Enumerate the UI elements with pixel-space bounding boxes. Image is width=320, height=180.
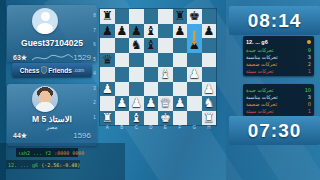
chess-board[interactable]: ♜♜♚♟♟♟♝♟♟♞♝♟♛♝♟♟♟♟♟♟♛♟♞♜♝♚♜ xyxy=(100,9,216,125)
square-b8[interactable] xyxy=(115,9,130,24)
file-label-g: G xyxy=(187,125,202,130)
piece-white-pawn[interactable]: ♟ xyxy=(202,82,217,97)
top-player-rating: 1529 xyxy=(73,53,91,62)
bottom-player-rating: 1596 xyxy=(73,131,91,140)
piece-black-pawn[interactable]: ♟ xyxy=(173,24,188,39)
piece-white-pawn[interactable]: ♟ xyxy=(187,67,202,82)
top-player-meta: 63★ 1529 xyxy=(13,53,91,62)
square-e6[interactable] xyxy=(158,38,173,53)
square-e5[interactable] xyxy=(158,53,173,68)
move-quality-panel-top: 12. ... g6 تحركات جيدة9تحركات مناسبة3تحر… xyxy=(243,36,314,76)
square-e4[interactable]: ♝ xyxy=(158,67,173,82)
square-d3[interactable] xyxy=(144,82,159,97)
logo-text-friends: Friends xyxy=(48,67,71,74)
logo-text-com: .com xyxy=(73,67,84,73)
square-e3[interactable] xyxy=(158,82,173,97)
piece-black-rook[interactable]: ♜ xyxy=(100,9,115,24)
square-f3[interactable] xyxy=(173,82,188,97)
rank-label-8: 8 xyxy=(91,9,98,24)
bottom-player-country: مصر xyxy=(0,124,104,130)
rank-label-4: 4 xyxy=(91,67,98,82)
square-e1[interactable]: ♚ xyxy=(158,111,173,126)
square-g4[interactable]: ♟ xyxy=(187,67,202,82)
rank-label-1: 1 xyxy=(91,111,98,126)
analysis-segment: :0000 0000 xyxy=(54,150,84,156)
square-e2[interactable]: ♛ xyxy=(158,96,173,111)
square-d4[interactable] xyxy=(144,67,159,82)
square-b3[interactable] xyxy=(115,82,130,97)
square-b4[interactable] xyxy=(115,67,130,82)
rank-label-7: 7 xyxy=(91,24,98,39)
file-label-h: H xyxy=(202,125,217,130)
file-label-c: C xyxy=(129,125,144,130)
logo-text-chess: Chess xyxy=(20,67,40,74)
avatar-top-player xyxy=(32,8,58,34)
square-f4[interactable] xyxy=(173,67,188,82)
square-f7[interactable]: ♟ xyxy=(173,24,188,39)
analysis-segment: ♗xh2 ... f2 xyxy=(18,150,54,156)
rank-labels: 87654321 xyxy=(91,9,98,125)
move-quality-dot xyxy=(307,40,311,44)
move-quality-row: تحركات مناسبة3 xyxy=(246,93,311,100)
piece-white-knight[interactable]: ♞ xyxy=(202,96,217,111)
square-c4[interactable] xyxy=(129,67,144,82)
rank-label-6: 6 xyxy=(91,38,98,53)
square-d2[interactable]: ♟ xyxy=(144,96,159,111)
chessfriends-logo[interactable]: Chess Friends .com xyxy=(12,63,92,77)
last-move-label: 12. ... g6 xyxy=(246,39,268,45)
bottom-player-badges: 44★ xyxy=(13,132,27,140)
square-c7[interactable]: ♟ xyxy=(129,24,144,39)
piece-white-queen[interactable]: ♛ xyxy=(158,96,173,111)
rank-label-3: 3 xyxy=(91,82,98,97)
square-a5[interactable]: ♛ xyxy=(100,53,115,68)
square-g8[interactable]: ♚ xyxy=(187,9,202,24)
top-player-badges: 63★ xyxy=(13,54,27,62)
square-e7[interactable] xyxy=(158,24,173,39)
clock-bottom: 07:30 xyxy=(229,116,320,145)
piece-white-pawn[interactable]: ♟ xyxy=(144,96,159,111)
square-f5[interactable] xyxy=(173,53,188,68)
game-screen: Guest37104025 63★ 1529 Chess Friends .co… xyxy=(0,0,320,180)
piece-black-bishop[interactable]: ♝ xyxy=(144,38,159,53)
piece-white-pawn[interactable]: ♟ xyxy=(115,96,130,111)
file-label-a: A xyxy=(100,125,115,130)
square-e8[interactable] xyxy=(158,9,173,24)
square-a8[interactable]: ♜ xyxy=(100,9,115,24)
analysis-segment: (-2.56:-0.48) xyxy=(41,162,80,168)
file-labels: ABCDEFGH xyxy=(100,125,216,130)
square-h7[interactable]: ♟ xyxy=(202,24,217,39)
square-g6[interactable]: ♟ xyxy=(187,38,202,53)
piece-black-pawn[interactable]: ♟ xyxy=(100,24,115,39)
rank-label-5: 5 xyxy=(91,53,98,68)
square-d8[interactable] xyxy=(144,9,159,24)
move-quality-row: تحركات ضعيفة0 xyxy=(246,100,311,107)
piece-black-rook[interactable]: ♜ xyxy=(173,9,188,24)
piece-black-knight[interactable]: ♞ xyxy=(129,38,144,53)
square-c8[interactable] xyxy=(129,9,144,24)
move-quality-row: تحركات سيئة1 xyxy=(246,107,311,114)
move-quality-row: تحركات جيدة9 xyxy=(246,46,311,53)
piece-black-pawn[interactable]: ♟ xyxy=(129,24,144,39)
square-g7[interactable] xyxy=(187,24,202,39)
square-d1[interactable] xyxy=(144,111,159,126)
file-label-e: E xyxy=(158,125,173,130)
file-label-b: B xyxy=(115,125,130,130)
square-c1[interactable]: ♝ xyxy=(129,111,144,126)
square-b5[interactable] xyxy=(115,53,130,68)
square-h1[interactable]: ♜ xyxy=(202,111,217,126)
square-c6[interactable]: ♞ xyxy=(129,38,144,53)
square-b2[interactable]: ♟ xyxy=(115,96,130,111)
bottom-player-name: M 5 الاستاذ xyxy=(0,114,104,124)
square-f1[interactable] xyxy=(173,111,188,126)
piece-white-bishop[interactable]: ♝ xyxy=(158,67,173,82)
square-f6[interactable] xyxy=(173,38,188,53)
avatar-bottom-player xyxy=(32,86,58,112)
square-c2[interactable]: ♟ xyxy=(129,96,144,111)
piece-white-pawn[interactable]: ♟ xyxy=(173,96,188,111)
square-a7[interactable]: ♟ xyxy=(100,24,115,39)
piece-white-bishop[interactable]: ♝ xyxy=(129,111,144,126)
square-d7[interactable]: ♝ xyxy=(144,24,159,39)
square-b1[interactable] xyxy=(115,111,130,126)
square-d6[interactable]: ♝ xyxy=(144,38,159,53)
square-a2[interactable] xyxy=(100,96,115,111)
square-h6[interactable] xyxy=(202,38,217,53)
bottom-player-meta: 44★ 1596 xyxy=(13,131,91,140)
square-b7[interactable]: ♟ xyxy=(115,24,130,39)
square-h4[interactable] xyxy=(202,67,217,82)
square-g2[interactable] xyxy=(187,96,202,111)
piece-white-rook[interactable]: ♜ xyxy=(100,111,115,126)
square-g1[interactable] xyxy=(187,111,202,126)
square-g5[interactable] xyxy=(187,53,202,68)
piece-white-rook[interactable]: ♜ xyxy=(202,111,217,126)
engine-analysis-line-2: 12. ... g6 (-2.56:-0.48) xyxy=(6,160,80,169)
square-f2[interactable]: ♟ xyxy=(173,96,188,111)
move-quality-row: تحركات ضعيفة2 xyxy=(246,60,311,67)
analysis-segment: 12. ... g6 xyxy=(8,162,41,168)
square-a1[interactable]: ♜ xyxy=(100,111,115,126)
move-quality-panel-bottom: تحركات جيدة10تحركات مناسبة3تحركات ضعيفة0… xyxy=(243,84,314,116)
piece-black-pawn[interactable]: ♟ xyxy=(115,24,130,39)
square-b6[interactable] xyxy=(115,38,130,53)
piece-white-pawn[interactable]: ♟ xyxy=(129,96,144,111)
square-c5[interactable] xyxy=(129,53,144,68)
square-f8[interactable]: ♜ xyxy=(173,9,188,24)
move-quality-row: تحركات سيئة1 xyxy=(246,67,311,74)
square-h5[interactable] xyxy=(202,53,217,68)
square-a3[interactable]: ♟ xyxy=(100,82,115,97)
piece-black-bishop[interactable]: ♝ xyxy=(144,24,159,39)
shield-icon xyxy=(41,66,47,74)
square-a4[interactable] xyxy=(100,67,115,82)
piece-black-queen[interactable]: ♛ xyxy=(100,53,115,68)
engine-analysis-line-1: ♗xh2 ... f2 :0000 0000 xyxy=(16,148,78,157)
square-d5[interactable] xyxy=(144,53,159,68)
square-a6[interactable] xyxy=(100,38,115,53)
file-label-d: D xyxy=(144,125,159,130)
piece-black-king[interactable]: ♚ xyxy=(187,9,202,24)
piece-white-pawn[interactable]: ♟ xyxy=(100,82,115,97)
clock-top: 08:14 xyxy=(229,6,320,35)
square-g3[interactable] xyxy=(187,82,202,97)
rank-label-2: 2 xyxy=(91,96,98,111)
file-label-f: F xyxy=(173,125,188,130)
piece-black-pawn[interactable]: ♟ xyxy=(202,24,217,39)
piece-black-pawn[interactable]: ♟ xyxy=(187,38,202,53)
move-quality-row: تحركات جيدة10 xyxy=(246,86,311,93)
top-player-name: Guest37104025 xyxy=(0,38,104,48)
square-h8[interactable] xyxy=(202,9,217,24)
square-c3[interactable] xyxy=(129,82,144,97)
square-h2[interactable]: ♞ xyxy=(202,96,217,111)
piece-white-king[interactable]: ♚ xyxy=(158,111,173,126)
move-quality-row: تحركات مناسبة3 xyxy=(246,53,311,60)
square-h3[interactable]: ♟ xyxy=(202,82,217,97)
